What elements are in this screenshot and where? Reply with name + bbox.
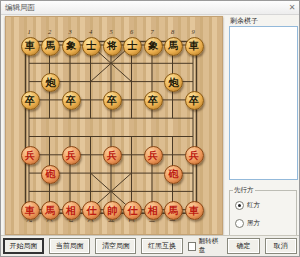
flip-board-checkbox-row[interactable]: 翻转棋盘 xyxy=(188,237,222,255)
remaining-pieces-listbox[interactable] xyxy=(229,26,298,180)
piece-red-soldier[interactable]: 兵 xyxy=(144,146,163,165)
current-position-button[interactable]: 当前局面 xyxy=(49,238,90,254)
piece-black-soldier[interactable]: 卒 xyxy=(21,91,40,110)
radio-red-label: 红方 xyxy=(247,201,260,210)
col-label-top: 2 xyxy=(44,28,56,35)
clear-position-button[interactable]: 清空局面 xyxy=(95,238,136,254)
piece-red-elephant[interactable]: 相 xyxy=(62,201,81,220)
xiangqi-board[interactable]: 123456789九八七六五四三二一車馬象士将士象馬車炮炮卒卒卒卒卒兵兵兵兵兵砲… xyxy=(5,16,223,235)
piece-black-horse[interactable]: 馬 xyxy=(164,37,183,56)
window-title: 编辑局面 xyxy=(1,3,285,13)
piece-red-soldier[interactable]: 兵 xyxy=(21,146,40,165)
col-label-top: 4 xyxy=(85,28,97,35)
col-label-top: 9 xyxy=(187,28,199,35)
title-bar: 编辑局面 ✕ xyxy=(1,1,299,15)
piece-red-general[interactable]: 帥 xyxy=(103,201,122,220)
col-label-top: 8 xyxy=(167,28,179,35)
close-icon[interactable]: ✕ xyxy=(285,3,299,12)
piece-black-soldier[interactable]: 卒 xyxy=(103,91,122,110)
col-label-top: 6 xyxy=(126,28,138,35)
piece-red-cannon[interactable]: 砲 xyxy=(164,165,183,184)
piece-red-cannon[interactable]: 砲 xyxy=(41,165,60,184)
piece-red-chariot[interactable]: 車 xyxy=(185,201,204,220)
radio-red-icon[interactable] xyxy=(235,201,244,210)
piece-black-advisor[interactable]: 士 xyxy=(82,37,101,56)
piece-black-soldier[interactable]: 卒 xyxy=(185,91,204,110)
piece-red-soldier[interactable]: 兵 xyxy=(103,146,122,165)
col-label-top: 5 xyxy=(105,28,117,35)
ok-button[interactable]: 确定 xyxy=(227,238,259,254)
col-label-top: 3 xyxy=(64,28,76,35)
col-label-top: 7 xyxy=(146,28,158,35)
start-position-button[interactable]: 开始局面 xyxy=(3,238,44,254)
piece-black-soldier[interactable]: 卒 xyxy=(62,91,81,110)
radio-red-side[interactable]: 红方 xyxy=(235,201,260,210)
button-bar: 开始局面 当前局面 清空局面 红黑互换 翻转棋盘 确定 取消 xyxy=(1,235,299,256)
piece-black-horse[interactable]: 馬 xyxy=(41,37,60,56)
piece-red-elephant[interactable]: 相 xyxy=(144,201,163,220)
piece-black-chariot[interactable]: 車 xyxy=(185,37,204,56)
piece-black-cannon[interactable]: 炮 xyxy=(41,73,60,92)
piece-black-elephant[interactable]: 象 xyxy=(62,37,81,56)
flip-board-label: 翻转棋盘 xyxy=(199,237,222,255)
swap-red-black-button[interactable]: 红黑互换 xyxy=(141,238,182,254)
piece-black-elephant[interactable]: 象 xyxy=(144,37,163,56)
piece-black-soldier[interactable]: 卒 xyxy=(144,91,163,110)
piece-black-general[interactable]: 将 xyxy=(103,37,122,56)
radio-black-side[interactable]: 黑方 xyxy=(235,219,260,228)
col-label-top: 1 xyxy=(23,28,35,35)
piece-red-soldier[interactable]: 兵 xyxy=(185,146,204,165)
remaining-pieces-label: 剩余棋子 xyxy=(230,16,258,26)
first-move-label: 先行方 xyxy=(233,186,255,195)
edit-position-dialog: 编辑局面 ✕ 123456789九八七六五四三二一車馬象士将士象馬車炮炮卒卒卒卒… xyxy=(0,0,300,257)
piece-black-cannon[interactable]: 炮 xyxy=(164,73,183,92)
piece-black-advisor[interactable]: 士 xyxy=(123,37,142,56)
radio-black-icon[interactable] xyxy=(235,219,244,228)
radio-black-label: 黑方 xyxy=(247,219,260,228)
flip-board-checkbox[interactable] xyxy=(188,242,196,251)
cancel-button[interactable]: 取消 xyxy=(265,238,297,254)
piece-red-soldier[interactable]: 兵 xyxy=(62,146,81,165)
piece-black-chariot[interactable]: 車 xyxy=(21,37,40,56)
piece-red-chariot[interactable]: 車 xyxy=(21,201,40,220)
first-move-groupbox: 先行方 红方 黑方 xyxy=(229,190,297,236)
